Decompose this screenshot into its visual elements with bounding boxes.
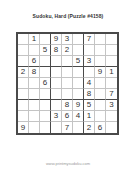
cell-r5c2[interactable] xyxy=(29,78,40,89)
cell-r1c6[interactable] xyxy=(73,34,84,45)
cell-r1c5[interactable]: 3 xyxy=(62,34,73,45)
cell-r8c2[interactable] xyxy=(29,111,40,122)
cell-r9c4[interactable] xyxy=(51,122,62,133)
cell-r6c5[interactable] xyxy=(62,89,73,100)
cell-r5c5[interactable] xyxy=(62,78,73,89)
cell-r5c7[interactable]: 4 xyxy=(84,78,95,89)
cell-r9c9[interactable] xyxy=(106,122,117,133)
cell-r9c7[interactable]: 2 xyxy=(84,122,95,133)
cell-r2c6[interactable] xyxy=(73,45,84,56)
cell-r6c1[interactable] xyxy=(18,89,29,100)
cell-r2c2[interactable] xyxy=(29,45,40,56)
site-url: www.printmysudoku.com xyxy=(0,161,136,166)
cell-r9c5[interactable]: 7 xyxy=(62,122,73,133)
cell-r2c1[interactable] xyxy=(18,45,29,56)
cell-r5c9[interactable] xyxy=(106,78,117,89)
cell-r3c8[interactable] xyxy=(95,56,106,67)
cell-r8c1[interactable] xyxy=(18,111,29,122)
cell-r1c9[interactable] xyxy=(106,34,117,45)
cell-r2c9[interactable] xyxy=(106,45,117,56)
cell-r9c8[interactable]: 6 xyxy=(95,122,106,133)
cell-r3c3[interactable] xyxy=(40,56,51,67)
cell-r7c8[interactable] xyxy=(95,100,106,111)
cell-r6c9[interactable]: 7 xyxy=(106,89,117,100)
cell-r4c3[interactable] xyxy=(40,67,51,78)
cell-r8c7[interactable]: 1 xyxy=(84,111,95,122)
cell-r7c6[interactable]: 9 xyxy=(73,100,84,111)
cell-r5c6[interactable] xyxy=(73,78,84,89)
cell-r3c2[interactable]: 6 xyxy=(29,56,40,67)
cell-r9c3[interactable] xyxy=(40,122,51,133)
cell-r4c2[interactable]: 8 xyxy=(29,67,40,78)
cell-r7c2[interactable] xyxy=(29,100,40,111)
puzzle-title: Sudoku, Hard (Puzzle #4158) xyxy=(0,13,136,19)
page: Sudoku, Hard (Puzzle #4158) 193758265328… xyxy=(0,0,136,176)
cell-r5c3[interactable]: 6 xyxy=(40,78,51,89)
cell-r4c5[interactable] xyxy=(62,67,73,78)
cell-r3c9[interactable] xyxy=(106,56,117,67)
cell-r1c7[interactable]: 7 xyxy=(84,34,95,45)
cell-r4c4[interactable] xyxy=(51,67,62,78)
cell-r2c5[interactable]: 2 xyxy=(62,45,73,56)
cell-r6c3[interactable] xyxy=(40,89,51,100)
cell-r2c7[interactable] xyxy=(84,45,95,56)
cell-r8c4[interactable]: 3 xyxy=(51,111,62,122)
cell-r5c4[interactable] xyxy=(51,78,62,89)
cell-r7c1[interactable] xyxy=(18,100,29,111)
cell-r4c6[interactable] xyxy=(73,67,84,78)
cell-r1c8[interactable] xyxy=(95,34,106,45)
cell-r1c1[interactable] xyxy=(18,34,29,45)
cell-r7c3[interactable] xyxy=(40,100,51,111)
cell-r6c4[interactable] xyxy=(51,89,62,100)
cell-r7c5[interactable]: 8 xyxy=(62,100,73,111)
cell-r6c6[interactable] xyxy=(73,89,84,100)
cell-r8c6[interactable]: 4 xyxy=(73,111,84,122)
cell-r5c1[interactable] xyxy=(18,78,29,89)
cell-r4c8[interactable]: 9 xyxy=(95,67,106,78)
cell-r4c7[interactable] xyxy=(84,67,95,78)
cell-r9c1[interactable]: 9 xyxy=(18,122,29,133)
cell-r8c3[interactable] xyxy=(40,111,51,122)
cell-r4c1[interactable]: 2 xyxy=(18,67,29,78)
cell-r6c8[interactable] xyxy=(95,89,106,100)
cell-r7c7[interactable]: 5 xyxy=(84,100,95,111)
cell-r3c5[interactable] xyxy=(62,56,73,67)
cell-r3c4[interactable] xyxy=(51,56,62,67)
cell-r1c4[interactable]: 9 xyxy=(51,34,62,45)
cell-r5c8[interactable] xyxy=(95,78,106,89)
cell-r8c8[interactable] xyxy=(95,111,106,122)
cell-r7c4[interactable] xyxy=(51,100,62,111)
cell-r2c3[interactable]: 5 xyxy=(40,45,51,56)
cell-r3c7[interactable]: 3 xyxy=(84,56,95,67)
cell-r9c6[interactable] xyxy=(73,122,84,133)
cell-r1c2[interactable]: 1 xyxy=(29,34,40,45)
cell-r3c6[interactable]: 5 xyxy=(73,56,84,67)
cell-r9c2[interactable] xyxy=(29,122,40,133)
cell-r6c2[interactable] xyxy=(29,89,40,100)
cell-r4c9[interactable]: 1 xyxy=(106,67,117,78)
cell-r8c9[interactable] xyxy=(106,111,117,122)
cell-r6c7[interactable]: 8 xyxy=(84,89,95,100)
cell-r7c9[interactable]: 3 xyxy=(106,100,117,111)
sudoku-board: 193758265328916487895336419726 xyxy=(16,32,119,135)
cell-r2c8[interactable] xyxy=(95,45,106,56)
cell-r2c4[interactable]: 8 xyxy=(51,45,62,56)
cell-r8c5[interactable]: 6 xyxy=(62,111,73,122)
cell-r3c1[interactable] xyxy=(18,56,29,67)
cell-r1c3[interactable] xyxy=(40,34,51,45)
